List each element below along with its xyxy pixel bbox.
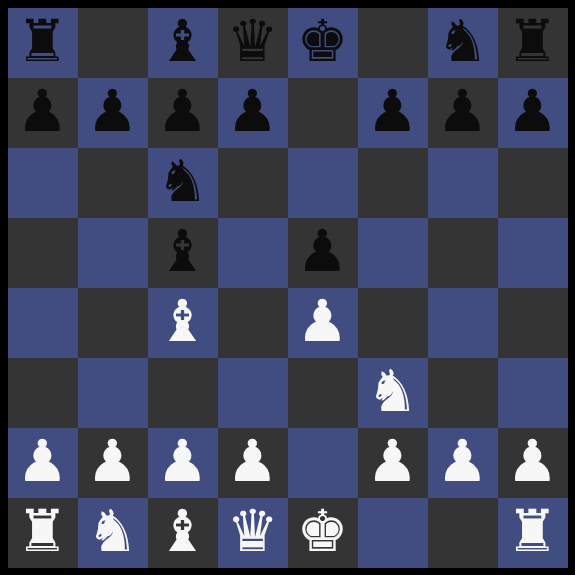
- square-e6[interactable]: [288, 148, 358, 218]
- square-b1[interactable]: ♞: [78, 498, 148, 568]
- square-b8[interactable]: [78, 8, 148, 78]
- square-d6[interactable]: [218, 148, 288, 218]
- square-h3[interactable]: [498, 358, 568, 428]
- square-d1[interactable]: ♛: [218, 498, 288, 568]
- square-c8[interactable]: ♝: [148, 8, 218, 78]
- black-bishop-piece[interactable]: ♝: [157, 216, 209, 286]
- black-pawn-piece[interactable]: ♟: [367, 76, 419, 146]
- white-pawn-piece[interactable]: ♟: [87, 426, 139, 496]
- black-king-piece[interactable]: ♚: [297, 6, 349, 76]
- square-b6[interactable]: [78, 148, 148, 218]
- square-f5[interactable]: [358, 218, 428, 288]
- square-c1[interactable]: ♝: [148, 498, 218, 568]
- square-h2[interactable]: ♟: [498, 428, 568, 498]
- black-rook-piece[interactable]: ♜: [17, 6, 69, 76]
- square-a1[interactable]: ♜: [8, 498, 78, 568]
- white-pawn-piece[interactable]: ♟: [507, 426, 559, 496]
- square-b7[interactable]: ♟: [78, 78, 148, 148]
- square-g7[interactable]: ♟: [428, 78, 498, 148]
- square-e7[interactable]: [288, 78, 358, 148]
- square-a4[interactable]: [8, 288, 78, 358]
- square-c4[interactable]: ♝: [148, 288, 218, 358]
- white-knight-piece[interactable]: ♞: [367, 356, 419, 426]
- white-rook-piece[interactable]: ♜: [17, 496, 69, 566]
- square-f8[interactable]: [358, 8, 428, 78]
- square-f6[interactable]: [358, 148, 428, 218]
- square-c2[interactable]: ♟: [148, 428, 218, 498]
- square-e1[interactable]: ♚: [288, 498, 358, 568]
- white-knight-piece[interactable]: ♞: [87, 496, 139, 566]
- square-h8[interactable]: ♜: [498, 8, 568, 78]
- black-knight-piece[interactable]: ♞: [157, 146, 209, 216]
- square-f2[interactable]: ♟: [358, 428, 428, 498]
- square-f3[interactable]: ♞: [358, 358, 428, 428]
- square-g4[interactable]: [428, 288, 498, 358]
- white-queen-piece[interactable]: ♛: [227, 496, 279, 566]
- square-h6[interactable]: [498, 148, 568, 218]
- square-a6[interactable]: [8, 148, 78, 218]
- black-pawn-piece[interactable]: ♟: [157, 76, 209, 146]
- black-pawn-piece[interactable]: ♟: [227, 76, 279, 146]
- white-pawn-piece[interactable]: ♟: [367, 426, 419, 496]
- black-pawn-piece[interactable]: ♟: [297, 216, 349, 286]
- white-pawn-piece[interactable]: ♟: [297, 286, 349, 356]
- square-c3[interactable]: [148, 358, 218, 428]
- black-bishop-piece[interactable]: ♝: [157, 6, 209, 76]
- white-king-piece[interactable]: ♚: [297, 496, 349, 566]
- black-rook-piece[interactable]: ♜: [507, 6, 559, 76]
- square-d2[interactable]: ♟: [218, 428, 288, 498]
- square-e5[interactable]: ♟: [288, 218, 358, 288]
- chess-app-window: ♜♝♛♚♞♜♟♟♟♟♟♟♟♞♝♟♝♟♞♟♟♟♟♟♟♟♜♞♝♛♚♜: [0, 0, 575, 575]
- square-h4[interactable]: [498, 288, 568, 358]
- square-b5[interactable]: [78, 218, 148, 288]
- square-a8[interactable]: ♜: [8, 8, 78, 78]
- square-g1[interactable]: [428, 498, 498, 568]
- square-e3[interactable]: [288, 358, 358, 428]
- square-a5[interactable]: [8, 218, 78, 288]
- square-b4[interactable]: [78, 288, 148, 358]
- square-d7[interactable]: ♟: [218, 78, 288, 148]
- black-pawn-piece[interactable]: ♟: [437, 76, 489, 146]
- square-h7[interactable]: ♟: [498, 78, 568, 148]
- chess-board: ♜♝♛♚♞♜♟♟♟♟♟♟♟♞♝♟♝♟♞♟♟♟♟♟♟♟♜♞♝♛♚♜: [8, 8, 568, 568]
- square-f4[interactable]: [358, 288, 428, 358]
- square-d5[interactable]: [218, 218, 288, 288]
- black-pawn-piece[interactable]: ♟: [507, 76, 559, 146]
- black-pawn-piece[interactable]: ♟: [17, 76, 69, 146]
- white-pawn-piece[interactable]: ♟: [17, 426, 69, 496]
- square-h1[interactable]: ♜: [498, 498, 568, 568]
- square-c7[interactable]: ♟: [148, 78, 218, 148]
- square-g6[interactable]: [428, 148, 498, 218]
- black-knight-piece[interactable]: ♞: [437, 6, 489, 76]
- square-h5[interactable]: [498, 218, 568, 288]
- square-a3[interactable]: [8, 358, 78, 428]
- square-e4[interactable]: ♟: [288, 288, 358, 358]
- black-queen-piece[interactable]: ♛: [227, 6, 279, 76]
- square-a2[interactable]: ♟: [8, 428, 78, 498]
- square-g3[interactable]: [428, 358, 498, 428]
- square-b3[interactable]: [78, 358, 148, 428]
- square-f1[interactable]: [358, 498, 428, 568]
- square-d3[interactable]: [218, 358, 288, 428]
- square-c5[interactable]: ♝: [148, 218, 218, 288]
- white-pawn-piece[interactable]: ♟: [437, 426, 489, 496]
- square-d8[interactable]: ♛: [218, 8, 288, 78]
- square-g2[interactable]: ♟: [428, 428, 498, 498]
- square-b2[interactable]: ♟: [78, 428, 148, 498]
- square-f7[interactable]: ♟: [358, 78, 428, 148]
- square-d4[interactable]: [218, 288, 288, 358]
- square-c6[interactable]: ♞: [148, 148, 218, 218]
- white-bishop-piece[interactable]: ♝: [157, 286, 209, 356]
- white-rook-piece[interactable]: ♜: [507, 496, 559, 566]
- black-pawn-piece[interactable]: ♟: [87, 76, 139, 146]
- square-e2[interactable]: [288, 428, 358, 498]
- white-pawn-piece[interactable]: ♟: [157, 426, 209, 496]
- square-a7[interactable]: ♟: [8, 78, 78, 148]
- square-e8[interactable]: ♚: [288, 8, 358, 78]
- white-pawn-piece[interactable]: ♟: [227, 426, 279, 496]
- square-g8[interactable]: ♞: [428, 8, 498, 78]
- white-bishop-piece[interactable]: ♝: [157, 496, 209, 566]
- square-g5[interactable]: [428, 218, 498, 288]
